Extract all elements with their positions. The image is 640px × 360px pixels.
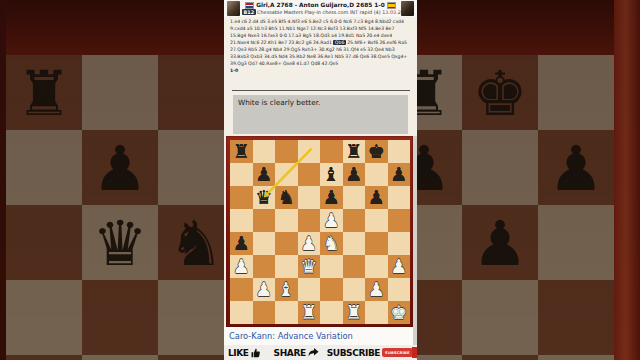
square-e3[interactable]: [320, 255, 343, 278]
background-square-c6: ♞: [158, 205, 234, 280]
square-d2[interactable]: [298, 278, 321, 301]
piece-black-pawn: ♟: [388, 163, 411, 186]
square-h1[interactable]: ♚: [388, 301, 411, 324]
square-h2[interactable]: [388, 278, 411, 301]
background-square-h5: [538, 280, 614, 355]
square-e2[interactable]: [320, 278, 343, 301]
analysis-panel: Giri,A 2768 - Anton Guijarro,D 2685 1-0 …: [224, 0, 417, 360]
background-square-a7: [6, 130, 82, 205]
square-c8[interactable]: [275, 140, 298, 163]
background-square-a6: [6, 205, 82, 280]
piece-black-rook: ♜: [343, 140, 366, 163]
piece-white-pawn: ♟: [298, 232, 321, 255]
netherlands-flag-icon: [245, 2, 254, 9]
piece-black-pawn: ♟: [365, 186, 388, 209]
square-e5[interactable]: ♟: [320, 209, 343, 232]
square-a2[interactable]: [230, 278, 253, 301]
square-d3[interactable]: ♛: [298, 255, 321, 278]
piece-white-rook: ♜: [343, 301, 366, 324]
background-square-a8: ♜: [6, 55, 82, 130]
piece-white-pawn: ♟: [365, 278, 388, 301]
scrollbar[interactable]: [413, 136, 417, 346]
square-f1[interactable]: ♜: [343, 301, 366, 324]
square-a4[interactable]: ♟: [230, 232, 253, 255]
opening-bar: Caro-Kann: Advance Variation: [224, 327, 413, 345]
background-square-b8: [82, 55, 158, 130]
square-g3[interactable]: [365, 255, 388, 278]
background-square-g4: [462, 355, 538, 360]
subscribe-button[interactable]: SUBSCRIBE: [382, 348, 413, 357]
background-square-g6: ♟: [462, 205, 538, 280]
background-board-frame-left: [0, 0, 6, 360]
game-header: Giri,A 2768 - Anton Guijarro,D 2685 1-0 …: [224, 0, 417, 17]
piece-black-pawn: ♟: [253, 163, 276, 186]
game-result: 1-0: [230, 67, 408, 74]
background-square-b5: [82, 280, 158, 355]
background-piece-black-pawn: ♟: [82, 130, 158, 205]
square-a5[interactable]: [230, 209, 253, 232]
evaluation-box: White is clearly better.: [233, 95, 408, 134]
square-b8[interactable]: [253, 140, 276, 163]
background-square-c8: [158, 55, 234, 130]
piece-black-queen: ♛: [253, 186, 276, 209]
background-board-frame-right: [614, 0, 640, 360]
current-move[interactable]: Qb6: [333, 40, 345, 45]
square-d5[interactable]: [298, 209, 321, 232]
piece-black-pawn: ♟: [320, 186, 343, 209]
piece-black-rook: ♜: [230, 140, 253, 163]
piece-white-knight: ♞: [320, 232, 343, 255]
eco-code-badge: B12: [242, 9, 256, 15]
piece-black-pawn: ♟: [343, 163, 366, 186]
square-g8[interactable]: ♚: [365, 140, 388, 163]
square-g1[interactable]: [365, 301, 388, 324]
square-d8[interactable]: [298, 140, 321, 163]
square-b4[interactable]: [253, 232, 276, 255]
event-name: Chessable Masters Play-in chess.com INT …: [257, 9, 381, 15]
action-bar: LIKE SHARE SUBSCRIBE SUBSCRIBE: [224, 345, 417, 360]
video-frame: ♜♜♚♟♝♟♟♛♞♟♟♟♟♟♞ Giri,A 2768 - Anton Guij…: [0, 0, 640, 360]
square-d7[interactable]: [298, 163, 321, 186]
section-divider: [232, 90, 410, 91]
square-d1[interactable]: ♜: [298, 301, 321, 324]
share-arrow-icon: [308, 348, 319, 357]
square-h4[interactable]: [388, 232, 411, 255]
piece-white-bishop: ♝: [275, 278, 298, 301]
square-c7[interactable]: [275, 163, 298, 186]
square-h6[interactable]: [388, 186, 411, 209]
square-f5[interactable]: [343, 209, 366, 232]
square-g7[interactable]: [365, 163, 388, 186]
background-square-g7: [462, 130, 538, 205]
piece-black-knight: ♞: [275, 186, 298, 209]
square-h3[interactable]: ♟: [388, 255, 411, 278]
piece-white-pawn: ♟: [388, 255, 411, 278]
square-e8[interactable]: [320, 140, 343, 163]
square-a1[interactable]: [230, 301, 253, 324]
piece-white-king: ♚: [388, 301, 411, 324]
black-player-photo: [401, 1, 414, 16]
background-square-h6: [538, 205, 614, 280]
background-square-b4: [82, 355, 158, 360]
square-c6[interactable]: ♞: [275, 186, 298, 209]
background-square-h4: [538, 355, 614, 360]
header-text: Giri,A 2768 - Anton Guijarro,D 2685 1-0 …: [242, 2, 399, 15]
background-square-h7: ♟: [538, 130, 614, 205]
background-square-b7: ♟: [82, 130, 158, 205]
white-player-photo: [227, 1, 240, 16]
piece-white-pawn: ♟: [253, 278, 276, 301]
thumbs-up-icon: [251, 348, 260, 358]
square-a8[interactable]: ♜: [230, 140, 253, 163]
background-piece-black-knight: ♞: [158, 205, 234, 280]
square-h5[interactable]: [388, 209, 411, 232]
piece-black-pawn: ♟: [230, 232, 253, 255]
square-d6[interactable]: [298, 186, 321, 209]
piece-white-pawn: ♟: [230, 255, 253, 278]
chess-board[interactable]: ♜♜♚♟♝♟♟♛♞♟♟♟♟♟♞♟♛♟♟♝♟♜♜♚: [230, 140, 410, 324]
background-piece-black-pawn: ♟: [538, 130, 614, 205]
background-piece-black-pawn: ♟: [6, 355, 82, 360]
square-e4[interactable]: ♞: [320, 232, 343, 255]
square-f3[interactable]: [343, 255, 366, 278]
background-square-h8: [538, 55, 614, 130]
square-c3[interactable]: [275, 255, 298, 278]
background-piece-black-rook: ♜: [6, 55, 82, 130]
background-square-b6: ♛: [82, 205, 158, 280]
like-button[interactable]: LIKE: [228, 348, 249, 358]
square-e6[interactable]: ♟: [320, 186, 343, 209]
game-title: Giri,A 2768 - Anton Guijarro,D 2685 1-0: [256, 2, 385, 8]
share-button[interactable]: SHARE: [274, 348, 306, 358]
square-f7[interactable]: ♟: [343, 163, 366, 186]
background-square-g8: ♚: [462, 55, 538, 130]
square-c4[interactable]: [275, 232, 298, 255]
square-b5[interactable]: [253, 209, 276, 232]
square-f6[interactable]: [343, 186, 366, 209]
square-f4[interactable]: [343, 232, 366, 255]
square-g4[interactable]: [365, 232, 388, 255]
board-frame: ♜♜♚♟♝♟♟♛♞♟♟♟♟♟♞♟♛♟♟♝♟♜♜♚: [226, 136, 413, 327]
opening-name: Caro-Kann: Advance Variation: [224, 327, 413, 341]
background-piece-black-queen: ♛: [82, 205, 158, 280]
square-c1[interactable]: [275, 301, 298, 324]
event-line: B12 Chessable Masters Play-in chess.com …: [242, 9, 399, 16]
background-square-a4: ♟: [6, 355, 82, 360]
square-h7[interactable]: ♟: [388, 163, 411, 186]
subscribe-label: SUBSCRIBE: [327, 348, 380, 358]
square-b2[interactable]: ♟: [253, 278, 276, 301]
piece-black-king: ♚: [365, 140, 388, 163]
square-a3[interactable]: ♟: [230, 255, 253, 278]
background-square-g5: [462, 280, 538, 355]
background-piece-black-king: ♚: [462, 55, 538, 130]
square-e1[interactable]: [320, 301, 343, 324]
background-square-c7: [158, 130, 234, 205]
square-g6[interactable]: ♟: [365, 186, 388, 209]
square-g5[interactable]: [365, 209, 388, 232]
move-list[interactable]: 1.e4 c6 2.d4 d5 3.e5 Bf5 4.Nf3 e6 5.Be2 …: [230, 18, 408, 74]
background-square-a5: [6, 280, 82, 355]
players-title-line: Giri,A 2768 - Anton Guijarro,D 2685 1-0: [242, 2, 399, 9]
cut-off-button-fragment: [412, 347, 417, 358]
piece-white-queen: ♛: [298, 255, 321, 278]
piece-black-bishop: ♝: [320, 163, 343, 186]
square-b7[interactable]: ♟: [253, 163, 276, 186]
square-f2[interactable]: [343, 278, 366, 301]
square-b1[interactable]: [253, 301, 276, 324]
square-a7[interactable]: [230, 163, 253, 186]
square-e7[interactable]: ♝: [320, 163, 343, 186]
square-b6[interactable]: ♛: [253, 186, 276, 209]
square-a6[interactable]: [230, 186, 253, 209]
square-d4[interactable]: ♟: [298, 232, 321, 255]
square-c5[interactable]: [275, 209, 298, 232]
square-b3[interactable]: [253, 255, 276, 278]
evaluation-text: White is clearly better.: [233, 95, 408, 107]
background-piece-black-pawn: ♟: [462, 205, 538, 280]
square-h8[interactable]: [388, 140, 411, 163]
piece-white-pawn: ♟: [320, 209, 343, 232]
square-c2[interactable]: ♝: [275, 278, 298, 301]
background-square-c4: [158, 355, 234, 360]
piece-white-rook: ♜: [298, 301, 321, 324]
background-square-c5: [158, 280, 234, 355]
square-f8[interactable]: ♜: [343, 140, 366, 163]
square-g2[interactable]: ♟: [365, 278, 388, 301]
